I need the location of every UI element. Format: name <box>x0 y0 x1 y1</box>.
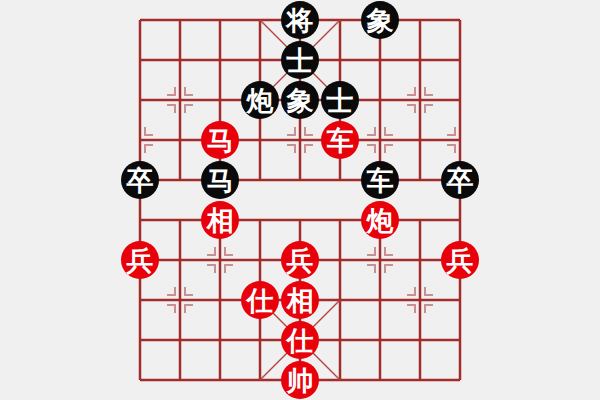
piece-red-soldier[interactable]: 兵 <box>121 241 159 279</box>
piece-red-general[interactable]: 帅 <box>281 361 319 399</box>
piece-red-advisor[interactable]: 仕 <box>241 281 279 319</box>
piece-red-advisor[interactable]: 仕 <box>281 321 319 359</box>
xiangqi-board: 将象士炮象士马车卒马车卒相炮兵兵兵仕相仕帅 <box>0 0 600 400</box>
piece-red-elephant[interactable]: 相 <box>281 281 319 319</box>
piece-red-soldier[interactable]: 兵 <box>281 241 319 279</box>
piece-red-chariot[interactable]: 车 <box>321 121 359 159</box>
piece-red-horse[interactable]: 马 <box>201 121 239 159</box>
piece-red-cannon[interactable]: 炮 <box>361 201 399 239</box>
piece-red-soldier[interactable]: 兵 <box>441 241 479 279</box>
piece-black-elephant[interactable]: 象 <box>281 81 319 119</box>
piece-black-elephant[interactable]: 象 <box>361 1 399 39</box>
piece-black-soldier[interactable]: 卒 <box>121 161 159 199</box>
pieces-layer: 将象士炮象士马车卒马车卒相炮兵兵兵仕相仕帅 <box>120 0 480 400</box>
piece-black-general[interactable]: 将 <box>281 1 319 39</box>
piece-black-soldier[interactable]: 卒 <box>441 161 479 199</box>
piece-black-chariot[interactable]: 车 <box>361 161 399 199</box>
piece-red-elephant[interactable]: 相 <box>201 201 239 239</box>
piece-black-horse[interactable]: 马 <box>201 161 239 199</box>
piece-black-advisor[interactable]: 士 <box>281 41 319 79</box>
piece-black-cannon[interactable]: 炮 <box>241 81 279 119</box>
screen: { "game": "xiangqi", "position": "4k1b2/… <box>0 0 600 400</box>
piece-black-advisor[interactable]: 士 <box>321 81 359 119</box>
